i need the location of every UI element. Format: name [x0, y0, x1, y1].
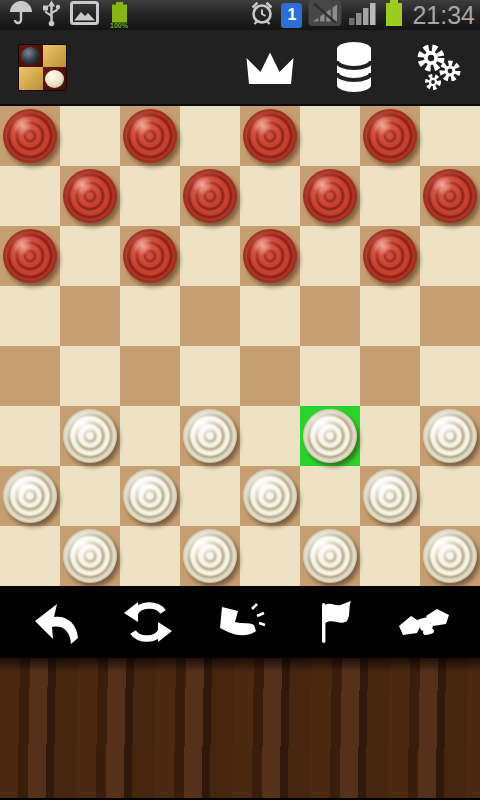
- white-piece[interactable]: [303, 409, 357, 463]
- board-square-r0c1[interactable]: [60, 106, 120, 166]
- network-signal-widget-icon: [308, 0, 342, 31]
- status-bar: 100% 1: [0, 0, 480, 30]
- app-logo-dark-square: [19, 45, 43, 68]
- app-logo-dark-piece: [21, 47, 40, 65]
- swap-arrows-icon: [124, 598, 172, 646]
- board-square-r5c4[interactable]: [240, 406, 300, 466]
- handshake-icon: [398, 602, 450, 642]
- board-square-r7c5[interactable]: [300, 526, 360, 586]
- board-square-r5c3[interactable]: [180, 406, 240, 466]
- board-square-r6c0[interactable]: [0, 466, 60, 526]
- board-square-r6c1[interactable]: [60, 466, 120, 526]
- board-square-r4c3[interactable]: [180, 346, 240, 406]
- boot-kick-icon: [214, 599, 266, 645]
- red-piece[interactable]: [123, 109, 177, 163]
- board-square-r4c5[interactable]: [300, 346, 360, 406]
- board-square-r7c6[interactable]: [360, 526, 420, 586]
- board-square-r6c3[interactable]: [180, 466, 240, 526]
- board-square-r1c6[interactable]: [360, 166, 420, 226]
- flag-icon: [308, 598, 356, 646]
- board-square-r5c1[interactable]: [60, 406, 120, 466]
- board-square-r7c1[interactable]: [60, 526, 120, 586]
- board-square-r5c5[interactable]: [300, 406, 360, 466]
- board-square-r4c2[interactable]: [120, 346, 180, 406]
- white-piece[interactable]: [363, 469, 417, 523]
- board-square-r3c6[interactable]: [360, 286, 420, 346]
- phone-screen: 100% 1: [0, 0, 480, 800]
- board-square-r1c7[interactable]: [420, 166, 480, 226]
- board-square-r0c4[interactable]: [240, 106, 300, 166]
- kick-button[interactable]: [208, 592, 272, 652]
- notification-count-badge: 1: [281, 3, 302, 28]
- board-square-r1c4[interactable]: [240, 166, 300, 226]
- board-square-r7c0[interactable]: [0, 526, 60, 586]
- board-square-r2c2[interactable]: [120, 226, 180, 286]
- app-logo-gold-square: [43, 45, 67, 68]
- white-piece[interactable]: [3, 469, 57, 523]
- board-square-r3c0[interactable]: [0, 286, 60, 346]
- board-square-r3c2[interactable]: [120, 286, 180, 346]
- app-logo-checkers: [18, 44, 67, 91]
- board-square-r5c2[interactable]: [120, 406, 180, 466]
- umbrella-icon: [9, 0, 33, 30]
- board-square-r4c0[interactable]: [0, 346, 60, 406]
- red-piece[interactable]: [363, 229, 417, 283]
- battery-icon: [384, 0, 404, 30]
- board-square-r3c4[interactable]: [240, 286, 300, 346]
- white-piece[interactable]: [183, 409, 237, 463]
- wood-background: [0, 658, 480, 798]
- database-button[interactable]: [326, 37, 382, 97]
- white-piece[interactable]: [303, 529, 357, 583]
- usb-icon: [42, 0, 61, 31]
- battery-percent-label: 100%: [110, 22, 128, 29]
- board-square-r0c6[interactable]: [360, 106, 420, 166]
- database-icon: [332, 40, 376, 94]
- board-square-r4c6[interactable]: [360, 346, 420, 406]
- white-piece[interactable]: [63, 409, 117, 463]
- board-square-r6c5[interactable]: [300, 466, 360, 526]
- red-piece[interactable]: [183, 169, 237, 223]
- red-piece[interactable]: [243, 229, 297, 283]
- board-square-r1c5[interactable]: [300, 166, 360, 226]
- undo-arrow-icon: [32, 598, 80, 646]
- checkers-board: [0, 106, 480, 586]
- board-square-r0c5[interactable]: [300, 106, 360, 166]
- board-square-r0c0[interactable]: [0, 106, 60, 166]
- board-square-r6c6[interactable]: [360, 466, 420, 526]
- clock-time: 21:34: [410, 1, 475, 30]
- status-bar-left: 100%: [9, 0, 130, 31]
- board-square-r1c3[interactable]: [180, 166, 240, 226]
- board-square-r2c5[interactable]: [300, 226, 360, 286]
- red-piece[interactable]: [123, 229, 177, 283]
- app-logo-white-piece: [45, 70, 64, 88]
- board-square-r6c4[interactable]: [240, 466, 300, 526]
- board-square-r5c7[interactable]: [420, 406, 480, 466]
- settings-gears-icon: [412, 41, 464, 93]
- app-toolbar: [0, 30, 480, 106]
- board-square-r1c0[interactable]: [0, 166, 60, 226]
- board-square-r4c7[interactable]: [420, 346, 480, 406]
- white-piece[interactable]: [63, 529, 117, 583]
- action-toolbar: [0, 586, 480, 658]
- board-square-r0c7[interactable]: [420, 106, 480, 166]
- board-square-r2c0[interactable]: [0, 226, 60, 286]
- signal-bars-icon: [348, 1, 378, 29]
- board-square-r6c7[interactable]: [420, 466, 480, 526]
- red-piece[interactable]: [423, 169, 477, 223]
- white-piece[interactable]: [243, 469, 297, 523]
- board-square-r6c2[interactable]: [120, 466, 180, 526]
- red-piece[interactable]: [3, 229, 57, 283]
- battery-100-icon: 100%: [108, 2, 130, 29]
- red-piece[interactable]: [63, 169, 117, 223]
- board-square-r1c2[interactable]: [120, 166, 180, 226]
- red-piece[interactable]: [3, 109, 57, 163]
- swap-button[interactable]: [116, 592, 180, 652]
- board-square-r2c4[interactable]: [240, 226, 300, 286]
- crown-button[interactable]: [242, 37, 298, 97]
- gallery-icon: [70, 1, 99, 29]
- board-square-r7c4[interactable]: [240, 526, 300, 586]
- board-square-r0c3[interactable]: [180, 106, 240, 166]
- board-square-r2c7[interactable]: [420, 226, 480, 286]
- app-logo-maroon-square: [43, 67, 67, 90]
- board-square-r7c2[interactable]: [120, 526, 180, 586]
- red-piece[interactable]: [303, 169, 357, 223]
- white-piece[interactable]: [123, 469, 177, 523]
- board-square-r5c6[interactable]: [360, 406, 420, 466]
- board-square-r1c1[interactable]: [60, 166, 120, 226]
- settings-button[interactable]: [410, 37, 466, 97]
- board-square-r2c6[interactable]: [360, 226, 420, 286]
- status-bar-right: 1: [249, 0, 475, 31]
- draw-button[interactable]: [392, 592, 456, 652]
- board-square-r2c3[interactable]: [180, 226, 240, 286]
- red-piece[interactable]: [243, 109, 297, 163]
- red-piece[interactable]: [363, 109, 417, 163]
- board-square-r3c3[interactable]: [180, 286, 240, 346]
- board-square-r5c0[interactable]: [0, 406, 60, 466]
- board-square-r7c3[interactable]: [180, 526, 240, 586]
- board-square-r0c2[interactable]: [120, 106, 180, 166]
- flag-button[interactable]: [300, 592, 364, 652]
- white-piece[interactable]: [423, 529, 477, 583]
- board-square-r4c1[interactable]: [60, 346, 120, 406]
- white-piece[interactable]: [423, 409, 477, 463]
- board-square-r4c4[interactable]: [240, 346, 300, 406]
- board-square-r7c7[interactable]: [420, 526, 480, 586]
- crown-icon: [243, 48, 297, 86]
- app-logo-gold-square: [19, 67, 43, 90]
- board-square-r2c1[interactable]: [60, 226, 120, 286]
- board-square-r3c1[interactable]: [60, 286, 120, 346]
- alarm-clock-icon: [249, 0, 275, 30]
- white-piece[interactable]: [183, 529, 237, 583]
- board-square-r3c7[interactable]: [420, 286, 480, 346]
- undo-button[interactable]: [24, 592, 88, 652]
- board-square-r3c5[interactable]: [300, 286, 360, 346]
